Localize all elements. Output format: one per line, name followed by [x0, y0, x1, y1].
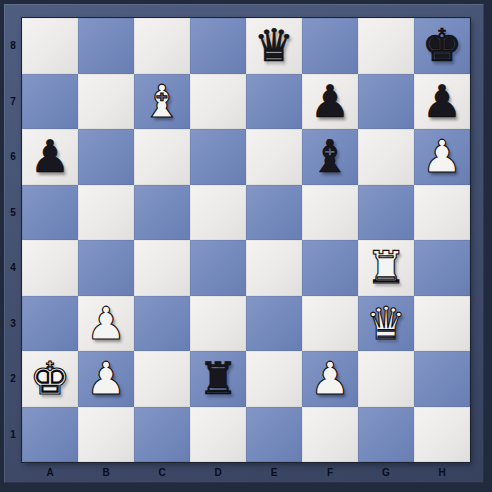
square-g6[interactable]: [358, 129, 414, 185]
square-f1[interactable]: [302, 407, 358, 463]
piece-white-pawn-b2[interactable]: ♟: [86, 351, 126, 406]
piece-black-rook-d2[interactable]: ♜: [198, 351, 238, 406]
piece-white-pawn-b3[interactable]: ♟: [86, 296, 126, 351]
square-c3[interactable]: [134, 296, 190, 352]
square-f5[interactable]: [302, 185, 358, 241]
square-f3[interactable]: [302, 296, 358, 352]
square-f2[interactable]: ♟: [302, 351, 358, 407]
square-e1[interactable]: [246, 407, 302, 463]
file-label-c: C: [134, 462, 190, 482]
piece-white-queen-g3[interactable]: ♛: [366, 296, 406, 351]
square-c7[interactable]: ♝: [134, 74, 190, 130]
square-e7[interactable]: [246, 74, 302, 130]
square-d1[interactable]: [190, 407, 246, 463]
square-d6[interactable]: [190, 129, 246, 185]
rank-label-1: 1: [4, 407, 22, 463]
square-h2[interactable]: [414, 351, 470, 407]
square-c5[interactable]: [134, 185, 190, 241]
rank-labels: 87654321: [4, 18, 22, 462]
square-b7[interactable]: [78, 74, 134, 130]
rank-label-5: 5: [4, 185, 22, 241]
square-f4[interactable]: [302, 240, 358, 296]
square-h5[interactable]: [414, 185, 470, 241]
square-d7[interactable]: [190, 74, 246, 130]
square-e5[interactable]: [246, 185, 302, 241]
square-e4[interactable]: [246, 240, 302, 296]
square-a5[interactable]: [22, 185, 78, 241]
square-c2[interactable]: [134, 351, 190, 407]
file-label-e: E: [246, 462, 302, 482]
square-c1[interactable]: [134, 407, 190, 463]
square-g1[interactable]: [358, 407, 414, 463]
square-f6[interactable]: ♝: [302, 129, 358, 185]
square-d2[interactable]: ♜: [190, 351, 246, 407]
file-label-g: G: [358, 462, 414, 482]
square-b4[interactable]: [78, 240, 134, 296]
square-e2[interactable]: [246, 351, 302, 407]
square-d8[interactable]: [190, 18, 246, 74]
file-label-d: D: [190, 462, 246, 482]
rank-label-6: 6: [4, 129, 22, 185]
square-c4[interactable]: [134, 240, 190, 296]
rank-label-4: 4: [4, 240, 22, 296]
square-a2[interactable]: ♚: [22, 351, 78, 407]
piece-black-pawn-f7[interactable]: ♟: [310, 74, 350, 129]
piece-black-king-h8[interactable]: ♚: [422, 18, 462, 73]
square-a4[interactable]: [22, 240, 78, 296]
square-a6[interactable]: ♟: [22, 129, 78, 185]
square-h3[interactable]: [414, 296, 470, 352]
square-h1[interactable]: [414, 407, 470, 463]
square-g8[interactable]: [358, 18, 414, 74]
square-c6[interactable]: [134, 129, 190, 185]
piece-black-bishop-f6[interactable]: ♝: [310, 129, 350, 184]
square-b3[interactable]: ♟: [78, 296, 134, 352]
square-g5[interactable]: [358, 185, 414, 241]
square-b1[interactable]: [78, 407, 134, 463]
file-labels: ABCDEFGH: [22, 462, 470, 482]
piece-black-pawn-h7[interactable]: ♟: [422, 74, 462, 129]
square-b2[interactable]: ♟: [78, 351, 134, 407]
square-d5[interactable]: [190, 185, 246, 241]
square-g3[interactable]: ♛: [358, 296, 414, 352]
chess-board[interactable]: ♛♚♝♟♟♟♝♟♜♟♛♚♟♜♟: [22, 18, 470, 462]
square-h7[interactable]: ♟: [414, 74, 470, 130]
file-label-a: A: [22, 462, 78, 482]
file-label-f: F: [302, 462, 358, 482]
square-g2[interactable]: [358, 351, 414, 407]
chess-board-frame: 87654321 ABCDEFGH ♛♚♝♟♟♟♝♟♜♟♛♚♟♜♟: [0, 0, 492, 492]
piece-white-king-a2[interactable]: ♚: [30, 351, 70, 406]
square-h4[interactable]: [414, 240, 470, 296]
square-a3[interactable]: [22, 296, 78, 352]
rank-label-8: 8: [4, 18, 22, 74]
square-g7[interactable]: [358, 74, 414, 130]
square-e8[interactable]: ♛: [246, 18, 302, 74]
piece-black-pawn-a6[interactable]: ♟: [30, 129, 70, 184]
piece-white-rook-g4[interactable]: ♜: [366, 240, 406, 295]
square-g4[interactable]: ♜: [358, 240, 414, 296]
square-h6[interactable]: ♟: [414, 129, 470, 185]
square-d3[interactable]: [190, 296, 246, 352]
piece-black-queen-e8[interactable]: ♛: [254, 18, 294, 73]
file-label-h: H: [414, 462, 470, 482]
square-e3[interactable]: [246, 296, 302, 352]
square-f8[interactable]: [302, 18, 358, 74]
square-d4[interactable]: [190, 240, 246, 296]
rank-label-2: 2: [4, 351, 22, 407]
piece-white-pawn-f2[interactable]: ♟: [310, 351, 350, 406]
piece-white-bishop-c7[interactable]: ♝: [142, 74, 182, 129]
square-b5[interactable]: [78, 185, 134, 241]
square-e6[interactable]: [246, 129, 302, 185]
rank-label-7: 7: [4, 74, 22, 130]
square-b8[interactable]: [78, 18, 134, 74]
square-f7[interactable]: ♟: [302, 74, 358, 130]
square-a8[interactable]: [22, 18, 78, 74]
square-b6[interactable]: [78, 129, 134, 185]
square-h8[interactable]: ♚: [414, 18, 470, 74]
piece-white-pawn-h6[interactable]: ♟: [422, 129, 462, 184]
file-label-b: B: [78, 462, 134, 482]
rank-label-3: 3: [4, 296, 22, 352]
square-c8[interactable]: [134, 18, 190, 74]
square-a7[interactable]: [22, 74, 78, 130]
square-a1[interactable]: [22, 407, 78, 463]
